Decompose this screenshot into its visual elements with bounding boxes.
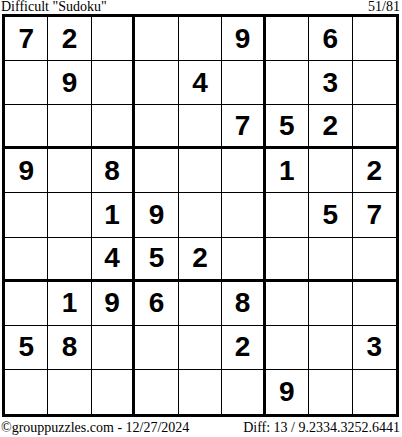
cell-r4c5[interactable] <box>179 149 222 193</box>
cell-r8c7[interactable] <box>266 326 309 370</box>
cell-r9c2[interactable] <box>48 370 91 414</box>
cell-r1c6: 9 <box>222 17 265 61</box>
cell-r8c6: 2 <box>222 326 265 370</box>
cell-r2c8: 3 <box>309 61 352 105</box>
cell-r4c6[interactable] <box>222 149 265 193</box>
cell-r9c8[interactable] <box>309 370 352 414</box>
cell-r6c5: 2 <box>179 238 222 282</box>
cell-r7c9[interactable] <box>353 282 396 326</box>
puzzle-title: Difficult "Sudoku" <box>1 0 107 13</box>
cell-r9c3[interactable] <box>92 370 135 414</box>
sudoku-board: 729694375298121957452196858239 <box>2 14 399 417</box>
cell-r9c5[interactable] <box>179 370 222 414</box>
cell-r8c4[interactable] <box>135 326 178 370</box>
footer-row: ©grouppuzzles.com - 12/27/2024 Diff: 13 … <box>1 421 400 434</box>
cell-r5c4: 9 <box>135 193 178 237</box>
cell-r7c1[interactable] <box>5 282 48 326</box>
cell-r5c9: 7 <box>353 193 396 237</box>
cell-r9c4[interactable] <box>135 370 178 414</box>
cell-r1c7[interactable] <box>266 17 309 61</box>
cell-r1c4[interactable] <box>135 17 178 61</box>
cell-r5c8: 5 <box>309 193 352 237</box>
cell-r6c2[interactable] <box>48 238 91 282</box>
cell-r5c7[interactable] <box>266 193 309 237</box>
cell-r6c3: 4 <box>92 238 135 282</box>
cell-r3c1[interactable] <box>5 105 48 149</box>
cell-r2c2: 9 <box>48 61 91 105</box>
cell-r2c1[interactable] <box>5 61 48 105</box>
cell-r6c6[interactable] <box>222 238 265 282</box>
cell-r5c2[interactable] <box>48 193 91 237</box>
cell-r6c4: 5 <box>135 238 178 282</box>
cell-r5c6[interactable] <box>222 193 265 237</box>
cell-r3c8: 2 <box>309 105 352 149</box>
cell-r9c7: 9 <box>266 370 309 414</box>
cell-r4c2[interactable] <box>48 149 91 193</box>
cell-r7c5[interactable] <box>179 282 222 326</box>
cell-r7c8[interactable] <box>309 282 352 326</box>
cell-r1c5[interactable] <box>179 17 222 61</box>
cell-r4c8[interactable] <box>309 149 352 193</box>
cell-r1c3[interactable] <box>92 17 135 61</box>
cell-r1c2: 2 <box>48 17 91 61</box>
cell-r7c7[interactable] <box>266 282 309 326</box>
cell-r5c5[interactable] <box>179 193 222 237</box>
cell-r4c4[interactable] <box>135 149 178 193</box>
cell-r7c6: 8 <box>222 282 265 326</box>
cells-remaining-counter: 51/81 <box>368 0 400 13</box>
cell-r8c2: 8 <box>48 326 91 370</box>
cell-r9c6[interactable] <box>222 370 265 414</box>
header-row: Difficult "Sudoku" 51/81 <box>1 0 400 13</box>
cell-r2c7[interactable] <box>266 61 309 105</box>
cell-r3c6: 7 <box>222 105 265 149</box>
cell-r1c8: 6 <box>309 17 352 61</box>
cell-r6c7[interactable] <box>266 238 309 282</box>
cell-r2c6[interactable] <box>222 61 265 105</box>
cell-r2c5: 4 <box>179 61 222 105</box>
cell-r9c9[interactable] <box>353 370 396 414</box>
cell-r3c4[interactable] <box>135 105 178 149</box>
cell-r3c3[interactable] <box>92 105 135 149</box>
cell-r8c8[interactable] <box>309 326 352 370</box>
cell-r8c5[interactable] <box>179 326 222 370</box>
cell-r1c9[interactable] <box>353 17 396 61</box>
cell-r6c8[interactable] <box>309 238 352 282</box>
cell-r3c5[interactable] <box>179 105 222 149</box>
cell-r1c1: 7 <box>5 17 48 61</box>
cell-r9c1[interactable] <box>5 370 48 414</box>
cell-r7c3: 9 <box>92 282 135 326</box>
cell-r3c2[interactable] <box>48 105 91 149</box>
cell-r4c3: 8 <box>92 149 135 193</box>
cell-r7c2: 1 <box>48 282 91 326</box>
cell-r2c4[interactable] <box>135 61 178 105</box>
cell-r2c3[interactable] <box>92 61 135 105</box>
cell-r4c7: 1 <box>266 149 309 193</box>
cell-r8c1: 5 <box>5 326 48 370</box>
difficulty-rating: Diff: 13 / 9.2334.3252.6441 <box>243 421 400 434</box>
cell-r6c1[interactable] <box>5 238 48 282</box>
copyright-date: ©grouppuzzles.com - 12/27/2024 <box>1 421 189 434</box>
cell-r3c7: 5 <box>266 105 309 149</box>
cell-r6c9[interactable] <box>353 238 396 282</box>
cell-r4c1: 9 <box>5 149 48 193</box>
cell-r5c3: 1 <box>92 193 135 237</box>
cell-r4c9: 2 <box>353 149 396 193</box>
cell-r7c4: 6 <box>135 282 178 326</box>
cell-r5c1[interactable] <box>5 193 48 237</box>
cell-r8c3[interactable] <box>92 326 135 370</box>
cell-r3c9[interactable] <box>353 105 396 149</box>
cell-r8c9: 3 <box>353 326 396 370</box>
cell-r2c9[interactable] <box>353 61 396 105</box>
